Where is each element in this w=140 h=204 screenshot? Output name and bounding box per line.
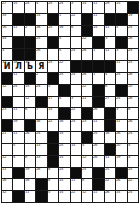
blocked-cell [82, 61, 92, 72]
cell[interactable]: 24 [82, 168, 92, 179]
cell[interactable]: 6 [25, 108, 35, 119]
cell[interactable]: 5 [13, 144, 23, 155]
cell[interactable]: 4 [59, 97, 69, 108]
clue-number: 4 [59, 97, 61, 100]
clue-number: 15 [71, 144, 75, 147]
cell[interactable]: 24 [71, 120, 81, 131]
cell[interactable]: 2 [36, 73, 46, 84]
cell[interactable]: 11 [71, 179, 81, 190]
cell[interactable]: 2 [25, 26, 35, 37]
blocked-cell [48, 73, 58, 84]
clue-number: 21 [2, 132, 6, 135]
cell[interactable]: 15 [48, 108, 58, 119]
clue-number: 11 [93, 191, 97, 194]
cell[interactable]: 22 [128, 179, 138, 190]
cell[interactable]: 6 [71, 26, 81, 37]
cell[interactable]: 24 [36, 132, 46, 143]
cell[interactable]: 24 [36, 85, 46, 96]
cell[interactable]: 8 [82, 179, 92, 190]
cell[interactable]: 24 [71, 73, 81, 84]
clue-number: 14 [59, 132, 63, 135]
cell[interactable]: 19 [128, 14, 138, 25]
cell[interactable] [71, 156, 81, 167]
clue-number: 3 [116, 49, 118, 52]
clue-number: 7 [36, 108, 38, 111]
blocked-cell [59, 108, 69, 119]
clue-number: 25 [36, 37, 40, 40]
cell[interactable]: 33И [2, 61, 12, 72]
cell[interactable]: 5 [59, 49, 69, 60]
cell[interactable]: 14 [59, 191, 69, 202]
clue-number: 25 [116, 73, 120, 76]
cell[interactable]: 12 [82, 191, 92, 202]
clue-number: 16 [2, 26, 6, 29]
cell[interactable]: 25 [48, 26, 58, 37]
blocked-cell [82, 132, 92, 143]
clue-number: 11 [93, 2, 97, 5]
cell[interactable]: 25 [93, 132, 103, 143]
clue-number: 5 [48, 191, 50, 194]
blocked-cell [116, 168, 126, 179]
cell[interactable]: 7 [36, 108, 46, 119]
cell[interactable]: 3 [2, 49, 12, 60]
clue-number: 15 [116, 191, 120, 194]
clue-number: 3 [128, 156, 130, 159]
clue-number: 24 [128, 132, 132, 135]
clue-number: 3 [2, 49, 4, 52]
cell[interactable]: 22 [71, 14, 81, 25]
clue-number: 14 [59, 156, 63, 159]
clue-number: 1 [59, 14, 61, 17]
blocked-cell [105, 61, 115, 72]
cell[interactable]: 8 [128, 108, 138, 119]
clue-number: 24 [36, 85, 40, 88]
clue-number: 15 [116, 2, 120, 5]
cell[interactable]: 11 [2, 168, 12, 179]
cell[interactable]: 26 [36, 49, 46, 60]
cell[interactable]: 4 [105, 73, 115, 84]
cell[interactable]: 4 [13, 156, 23, 167]
clue-number: 22 [71, 14, 75, 17]
cell[interactable] [13, 179, 23, 190]
cell[interactable] [71, 37, 81, 48]
cell[interactable]: 19 [13, 120, 23, 131]
clue-number: 27 [2, 2, 6, 5]
clue-number: 22 [105, 179, 109, 182]
clue-number: 5 [59, 49, 61, 52]
cell[interactable]: 24 [59, 2, 69, 13]
clue-number: 14 [59, 191, 63, 194]
clue-number: 25 [93, 132, 97, 135]
cell[interactable]: 27 [2, 2, 12, 13]
cell[interactable] [48, 49, 58, 60]
cell[interactable]: 24 [13, 85, 23, 96]
clue-number: 19 [13, 120, 17, 123]
cell[interactable]: 22 [71, 191, 81, 202]
clue-number: 15 [25, 85, 29, 88]
cell[interactable]: 11 [93, 2, 103, 13]
cell[interactable]: 16 [36, 120, 46, 131]
clue-number: 13 [36, 144, 40, 147]
cell[interactable]: 5 [116, 26, 126, 37]
clue-number: 4 [128, 144, 130, 147]
clue-number: 16 [36, 26, 40, 29]
clue-number: 12 [82, 191, 86, 194]
blocked-cell [82, 108, 92, 119]
blocked-cell [71, 168, 81, 179]
clue-number: 16 [59, 120, 63, 123]
clue-number: 16 [59, 26, 63, 29]
cell[interactable] [71, 85, 81, 96]
cell[interactable]: 26 [82, 73, 92, 84]
clue-number: 11 [25, 191, 29, 194]
clue-number: 20 [116, 144, 120, 147]
blocked-cell [93, 179, 103, 190]
cell[interactable]: 34Ь [25, 61, 35, 72]
cell[interactable]: 3 [105, 37, 115, 48]
cell[interactable]: Я [36, 61, 46, 72]
clue-number: 16 [25, 179, 29, 182]
clue-number: 19 [128, 14, 132, 17]
clue-number: 14 [36, 14, 40, 17]
blocked-cell [128, 2, 138, 13]
cell[interactable]: 27 [105, 97, 115, 108]
cell[interactable]: 21 [2, 132, 12, 143]
clue-number: 4 [105, 73, 107, 76]
cell[interactable]: 34 [2, 14, 12, 25]
clue-number: 11 [93, 120, 97, 123]
cell[interactable]: 11 [13, 73, 23, 84]
clue-number: 32 [2, 191, 6, 194]
cell[interactable]: 24 [128, 191, 138, 202]
clue-number: 20 [128, 85, 132, 88]
blocked-cell [105, 120, 115, 131]
cell[interactable]: 25 [48, 2, 58, 13]
cell[interactable]: 26 [116, 132, 126, 143]
cell[interactable]: 3 [128, 156, 138, 167]
clue-number: 24 [25, 2, 29, 5]
cell[interactable]: 15 [13, 2, 23, 13]
clue-number: 26 [82, 49, 86, 52]
clue-number: 25 [48, 61, 52, 64]
cell[interactable]: 15 [59, 179, 69, 190]
clue-number: 22 [71, 191, 75, 194]
cell[interactable]: 26 [93, 108, 103, 119]
blocked-cell [105, 14, 115, 25]
blocked-cell [2, 97, 12, 108]
blocked-cell [36, 191, 46, 202]
clue-number: 8 [48, 168, 50, 171]
cell[interactable]: 25 [48, 61, 58, 72]
clue-number: 4 [36, 2, 38, 5]
cell[interactable]: 26 [128, 73, 138, 84]
clue-number: 26 [82, 73, 86, 76]
blocked-cell [93, 97, 103, 108]
blocked-cell [13, 14, 23, 25]
cell[interactable]: 24 [128, 49, 138, 60]
cell[interactable]: 24 [71, 49, 81, 60]
blocked-cell [82, 26, 92, 37]
cell[interactable]: 16 [2, 26, 12, 37]
clue-number: 22 [82, 85, 86, 88]
cell[interactable]: 11 [13, 26, 23, 37]
cell[interactable]: 16 [25, 179, 35, 190]
cell[interactable]: 12 [25, 97, 35, 108]
clue-number: 8 [48, 179, 50, 182]
clue-number: 19 [25, 168, 29, 171]
cell[interactable]: 25 [59, 144, 69, 155]
cell[interactable]: 12 [2, 85, 12, 96]
cell[interactable]: 19 [116, 156, 126, 167]
cell[interactable]: 11 [105, 26, 115, 37]
cell[interactable]: 14 [36, 14, 46, 25]
clue-number: 22 [128, 179, 132, 182]
cell[interactable]: 25 [128, 168, 138, 179]
cell[interactable]: 5 [48, 191, 58, 202]
cell[interactable]: 8 [25, 156, 35, 167]
cell[interactable]: 26 [25, 132, 35, 143]
clue-number: 6 [25, 108, 27, 111]
clue-number: 22 [71, 108, 75, 111]
cell[interactable]: 26 [36, 168, 46, 179]
cell[interactable]: 23 [2, 108, 12, 119]
cell[interactable] [2, 144, 12, 155]
cell[interactable] [71, 132, 81, 143]
blocked-cell [105, 144, 115, 155]
cell[interactable]: 26 [93, 156, 103, 167]
clue-number: 23 [2, 108, 6, 111]
clue-number: 26 [36, 49, 40, 52]
clue-number: 25 [59, 144, 63, 147]
cell[interactable]: 18Л [13, 61, 23, 72]
clue-number: 11 [93, 14, 97, 17]
cell[interactable]: 26 [128, 97, 138, 108]
cell[interactable]: 34 [2, 37, 12, 48]
clue-number: 26 [128, 37, 132, 40]
cell[interactable]: 23 [82, 120, 92, 131]
cell[interactable]: 11 [13, 132, 23, 143]
clue-number: 24 [116, 97, 120, 100]
cell[interactable]: 15 [116, 191, 126, 202]
clue-number: 25 [48, 26, 52, 29]
cell[interactable]: 16 [36, 26, 46, 37]
clue-number: 3 [116, 108, 118, 111]
clue-number: 2 [36, 73, 38, 76]
cell[interactable]: 25 [105, 168, 115, 179]
clue-number: 11 [116, 120, 120, 123]
cell[interactable]: 11 [93, 191, 103, 202]
cell[interactable]: 14 [59, 156, 69, 167]
clue-number: 24 [13, 85, 17, 88]
cell[interactable]: 11 [105, 49, 115, 60]
cell[interactable]: 15 [116, 2, 126, 13]
cell[interactable]: 13 [36, 144, 46, 155]
blocked-cell [93, 37, 103, 48]
cell[interactable]: 26 [128, 37, 138, 48]
cell[interactable]: 3 [71, 97, 81, 108]
clue-number: 3 [71, 2, 73, 5]
cell[interactable]: 14 [93, 26, 103, 37]
clue-number: 12 [82, 156, 86, 159]
cell[interactable]: 17 [48, 97, 58, 108]
cell[interactable]: 1 [59, 14, 69, 25]
clue-number: 24 [36, 132, 40, 135]
cell[interactable]: 26 [82, 49, 92, 60]
cell[interactable]: 3 [71, 2, 81, 13]
cell[interactable]: 24 [116, 97, 126, 108]
blocked-cell [105, 108, 115, 119]
cell[interactable]: 11 [82, 97, 92, 108]
blocked-cell [25, 73, 35, 84]
cell[interactable]: 26 [128, 120, 138, 131]
cell[interactable]: 22 [59, 61, 69, 72]
cell[interactable]: 12 [2, 156, 12, 167]
clue-number: 26 [93, 108, 97, 111]
clue-number: 6 [105, 85, 107, 88]
clue-number: 25 [59, 73, 63, 76]
cell[interactable]: 14 [59, 132, 69, 143]
clue-number: 3 [71, 97, 73, 100]
clue-number: 24 [71, 73, 75, 76]
clue-number: 12 [25, 97, 29, 100]
cell[interactable]: 1 [93, 73, 103, 84]
blocked-cell [2, 120, 12, 131]
crossword-grid: 2715244252431411291534141221119161121625… [1, 1, 139, 203]
cell[interactable]: 1 [93, 49, 103, 60]
clue-number: 26 [128, 120, 132, 123]
cell[interactable] [25, 144, 35, 155]
cell[interactable]: 14 [82, 2, 92, 13]
clue-number: 15 [13, 2, 17, 5]
cell[interactable]: 12 [82, 156, 92, 167]
clue-number: 8 [82, 179, 84, 182]
cell[interactable]: 8 [48, 168, 58, 179]
cell[interactable]: 26 [105, 191, 115, 202]
cell[interactable]: 20 [116, 144, 126, 155]
blocked-cell [116, 37, 126, 48]
blocked-cell [48, 37, 58, 48]
cell[interactable]: 11 [13, 108, 23, 119]
cell[interactable]: 24 [128, 26, 138, 37]
cell[interactable]: 11 [93, 120, 103, 131]
cell[interactable] [13, 97, 23, 108]
clue-number: 24 [128, 191, 132, 194]
clue-number: 8 [25, 156, 27, 159]
cell[interactable]: 32 [2, 191, 12, 202]
clue-number: 14 [82, 2, 86, 5]
clue-number: 24 [59, 168, 63, 171]
clue-number: 25 [48, 2, 52, 5]
cell[interactable]: 25 [36, 37, 46, 48]
filled-letter: Л [13, 62, 23, 72]
cell[interactable]: 11 [105, 156, 115, 167]
cell[interactable]: 11 [93, 14, 103, 25]
clue-number: 26 [116, 132, 120, 135]
cell[interactable]: 24 [59, 168, 69, 179]
cell[interactable]: 4 [82, 144, 92, 155]
blocked-cell [25, 49, 35, 60]
clue-number: 12 [2, 156, 6, 159]
clue-number: 11 [71, 179, 75, 182]
clue-number: 26 [116, 179, 120, 182]
blocked-cell [93, 85, 103, 96]
blocked-cell [13, 191, 23, 202]
clue-number: 11 [105, 156, 109, 159]
clue-number: 26 [128, 97, 132, 100]
clue-number: 14 [93, 26, 97, 29]
cell[interactable]: 15 [25, 85, 35, 96]
cell[interactable]: 6 [105, 85, 115, 96]
clue-number: 25 [105, 168, 109, 171]
cell[interactable]: 26 [93, 144, 103, 155]
cell[interactable]: 26 [116, 179, 126, 190]
cell[interactable]: 24 [25, 2, 35, 13]
cell[interactable]: 24 [128, 132, 138, 143]
clue-number: 24 [71, 120, 75, 123]
cell[interactable]: 19 [25, 168, 35, 179]
blocked-cell [25, 120, 35, 131]
blocked-cell [13, 49, 23, 60]
cell[interactable]: 11 [25, 191, 35, 202]
cell[interactable]: 3 [116, 49, 126, 60]
filled-letter: Ь [25, 62, 35, 72]
clue-number: 24 [59, 2, 63, 5]
clue-number: 16 [2, 179, 6, 182]
cell[interactable]: 33 [36, 156, 46, 167]
cell[interactable]: 22 [82, 85, 92, 96]
cell[interactable]: 5 [59, 37, 69, 48]
cell[interactable]: 25 [116, 73, 126, 84]
clue-number: 15 [59, 179, 63, 182]
cell[interactable]: 16 [2, 179, 12, 190]
cell[interactable]: 29 [105, 2, 115, 13]
cell[interactable]: 4 [128, 144, 138, 155]
cell[interactable]: 22 [82, 37, 92, 48]
clue-number: 5 [13, 144, 15, 147]
clue-number: 26 [93, 156, 97, 159]
clue-number: 34 [2, 37, 6, 40]
clue-number: 22 [82, 37, 86, 40]
filled-letter: И [2, 62, 12, 72]
clue-number: 24 [82, 168, 86, 171]
cell[interactable]: 22 [48, 120, 58, 131]
cell[interactable]: 22 [71, 108, 81, 119]
cell[interactable]: 8 [48, 179, 58, 190]
cell[interactable]: 20 [128, 85, 138, 96]
cell[interactable]: 3 [116, 108, 126, 119]
cell[interactable]: 15 [71, 144, 81, 155]
cell[interactable]: 25 [128, 61, 138, 72]
cell[interactable]: 11 [116, 120, 126, 131]
cell[interactable]: 22 [105, 179, 115, 190]
cell[interactable]: 11 [116, 61, 126, 72]
cell[interactable]: 16 [59, 120, 69, 131]
clue-number: 22 [48, 120, 52, 123]
clue-number: 29 [105, 2, 109, 5]
blocked-cell [82, 14, 92, 25]
cell[interactable]: 16 [59, 26, 69, 37]
blocked-cell [59, 85, 69, 96]
cell[interactable]: 4 [36, 2, 46, 13]
cell[interactable]: 5 [48, 85, 58, 96]
blocked-cell [93, 168, 103, 179]
cell[interactable]: 16 [105, 132, 115, 143]
clue-number: 19 [116, 156, 120, 159]
clue-number: 1 [93, 73, 95, 76]
cell[interactable]: 25 [59, 73, 69, 84]
clue-number: 2 [25, 26, 27, 29]
clue-number: 26 [93, 144, 97, 147]
